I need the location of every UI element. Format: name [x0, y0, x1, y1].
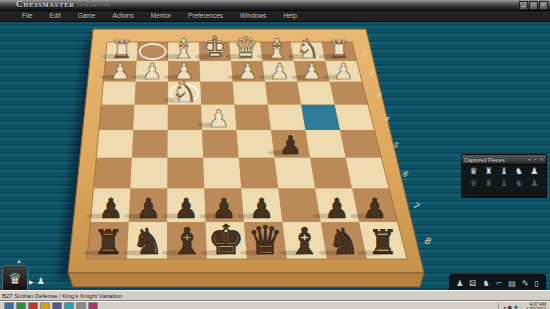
rank-label-7: 7	[411, 200, 421, 211]
square-c6[interactable]	[274, 158, 315, 189]
tray-collapse-icon[interactable]: ▲	[16, 258, 22, 264]
square-g6[interactable]	[130, 158, 167, 189]
square-a3[interactable]	[330, 82, 368, 105]
square-h6[interactable]	[94, 158, 132, 189]
minimize-button[interactable]: ▁	[519, 1, 528, 10]
captured-pieces-titlebar[interactable]: Captured Pieces ▾ ▪ ✕	[462, 155, 546, 165]
quicklaunch-icon-2[interactable]	[16, 302, 26, 309]
square-h4[interactable]	[99, 105, 135, 130]
captured-pawn-icon: ♟	[530, 178, 538, 189]
captured-rook-icon: ♜	[485, 178, 493, 189]
square-b3[interactable]	[297, 82, 334, 105]
square-d5[interactable]	[237, 130, 275, 158]
quicklaunch-icon-6[interactable]	[64, 302, 74, 309]
close-button[interactable]: ✕	[539, 1, 548, 10]
piece-black-knight-g8[interactable]: ♞	[132, 221, 164, 262]
opening-name-text: B27 Sicilian Defense / King's Knight Var…	[2, 292, 122, 300]
rank-label-8: 8	[423, 235, 434, 247]
tray-icon-1[interactable]: ◂	[503, 304, 506, 309]
square-f6[interactable]	[167, 158, 204, 189]
rank-label-6: 6	[401, 169, 410, 179]
piece-black-bishop-c8[interactable]: ♝	[288, 220, 321, 263]
square-b6[interactable]	[310, 158, 352, 189]
tray-icon-3[interactable]: ✚	[514, 304, 518, 309]
captured-bishop-icon: ♝	[500, 178, 508, 189]
quicklaunch-icon-8[interactable]	[88, 302, 98, 309]
quick-launch-area	[4, 302, 98, 309]
square-e3[interactable]	[200, 82, 234, 105]
title-bar: Chessmaster10TH EDITION ▁ □ ✕	[0, 0, 550, 11]
piece-white-knight-f3[interactable]: ♞	[171, 75, 197, 109]
status-bar: B27 Sicilian Defense / King's Knight Var…	[0, 290, 550, 300]
quicklaunch-icon-4[interactable]	[40, 302, 50, 309]
captured-knight-icon: ♞	[515, 178, 523, 189]
piece-white-pawn-a2[interactable]: ♟	[334, 58, 354, 84]
square-d3[interactable]	[233, 82, 268, 105]
square-h5[interactable]	[96, 130, 133, 158]
quicklaunch-icon-1[interactable]	[4, 302, 14, 309]
play-button[interactable]: ▶	[29, 278, 34, 285]
quicklaunch-icon-3[interactable]	[28, 302, 38, 309]
taskbar: ◂●✚◦ 4:07 AM 1/29/2004	[0, 300, 550, 309]
maximize-button[interactable]: □	[529, 1, 538, 10]
tray-icon-4[interactable]: ◦	[520, 304, 523, 309]
square-b5[interactable]	[305, 130, 345, 158]
square-a4[interactable]	[335, 105, 375, 130]
captured-knight-icon: ♞	[515, 166, 523, 177]
queen-thumbnail-icon: ♛	[8, 270, 21, 288]
square-f4[interactable]	[168, 105, 202, 130]
piece-black-pawn-c5[interactable]: ♟	[279, 130, 302, 160]
square-d6[interactable]	[239, 158, 278, 189]
menu-preferences[interactable]: Preferences	[188, 11, 223, 21]
piece-black-rook-h8[interactable]: ♜	[93, 223, 123, 262]
square-c4[interactable]	[268, 105, 306, 130]
square-d4[interactable]	[235, 105, 271, 130]
menu-actions[interactable]: Actions	[112, 11, 133, 21]
panel-collapse-icon[interactable]: ▾	[527, 157, 532, 162]
square-g4[interactable]	[133, 105, 168, 130]
square-h3[interactable]	[101, 82, 135, 105]
main-area: 12345678♜♝♚♛♝♞♜♟♟♟♟♟♟♟♞♟♟♟♟♟♟♟♟♟♜♞♝♚♛♝♞♜…	[0, 22, 550, 290]
piece-white-pawn-e4[interactable]: ♟	[208, 104, 230, 133]
square-c3[interactable]	[265, 82, 301, 105]
piece-white-pawn-c2[interactable]: ♟	[270, 58, 290, 84]
piece-black-bishop-f8[interactable]: ♝	[170, 220, 203, 263]
square-e5[interactable]	[202, 130, 239, 158]
square-f5[interactable]	[168, 130, 204, 158]
piece-black-knight-b8[interactable]: ♞	[328, 221, 360, 262]
captured-queen-icon: ♛	[470, 178, 478, 189]
panel-pin-icon[interactable]: ▪	[533, 157, 538, 162]
piece-white-pawn-b2[interactable]: ♟	[302, 58, 322, 84]
menu-game[interactable]: Game	[78, 11, 96, 21]
menu-windows[interactable]: Windows	[240, 11, 266, 21]
piece-black-queen-d8[interactable]: ♛	[247, 217, 283, 263]
piece-white-pawn-d2[interactable]: ♟	[238, 58, 258, 84]
captured-bishop-icon: ♝	[500, 166, 508, 177]
captured-pieces-panel: Captured Pieces ▾ ▪ ✕ ♛ ♜ ♝ ♞ ♟ ♛ ♜ ♝ ♞ …	[461, 154, 547, 198]
chessmaster-window: Chessmaster10TH EDITION ▁ □ ✕ File Edit …	[0, 0, 550, 309]
menu-file[interactable]: File	[22, 11, 32, 21]
menu-mentor[interactable]: Mentor	[151, 11, 171, 21]
quicklaunch-icon-5[interactable]	[52, 302, 62, 309]
pawn-tray-icon[interactable]: ♟	[37, 276, 45, 286]
piece-black-king-e8[interactable]: ♚	[207, 216, 244, 264]
piece-black-pawn-h7[interactable]: ♟	[98, 192, 123, 225]
piece-white-pawn-g2[interactable]: ♟	[142, 58, 162, 84]
app-subtitle: 10TH EDITION	[78, 4, 110, 8]
highlight-square-b4[interactable]	[301, 105, 340, 130]
captured-rook-icon: ♜	[485, 166, 493, 177]
square-g3[interactable]	[135, 82, 168, 105]
chess-set-thumbnail[interactable]: ♛	[2, 265, 28, 293]
menu-help[interactable]: Help	[283, 11, 296, 21]
app-logo: Chessmaster10TH EDITION	[16, 0, 110, 11]
captured-pawn-icon: ♟	[530, 166, 538, 177]
piece-black-pawn-b7[interactable]: ♟	[324, 192, 349, 225]
square-g5[interactable]	[132, 130, 168, 158]
tray-icon-2[interactable]: ●	[507, 304, 511, 309]
piece-black-pawn-a7[interactable]: ♟	[362, 192, 387, 225]
square-e6[interactable]	[203, 158, 241, 189]
quicklaunch-icon-7[interactable]	[76, 302, 86, 309]
panel-close-icon[interactable]: ✕	[539, 157, 544, 162]
menu-edit[interactable]: Edit	[49, 11, 60, 21]
piece-black-rook-a8[interactable]: ♜	[368, 223, 398, 262]
taskbar-clock: 4:07 AM 1/29/2004	[526, 302, 546, 309]
captured-white-row: ♛ ♜ ♝ ♞ ♟	[462, 165, 546, 177]
captured-queen-icon: ♛	[470, 166, 478, 177]
piece-white-king-e1[interactable]: ♚	[201, 30, 228, 65]
captured-pieces-title: Captured Pieces	[464, 157, 505, 163]
captured-black-row: ♛ ♜ ♝ ♞ ♟	[462, 177, 546, 189]
system-tray: ◂●✚◦ 4:07 AM 1/29/2004	[498, 302, 548, 309]
piece-black-pawn-g7[interactable]: ♟	[136, 192, 161, 225]
app-title: Chessmaster	[16, 0, 75, 9]
piece-white-pawn-h2[interactable]: ♟	[110, 58, 130, 84]
menu-bar: File Edit Game Actions Mentor Preference…	[0, 11, 550, 22]
